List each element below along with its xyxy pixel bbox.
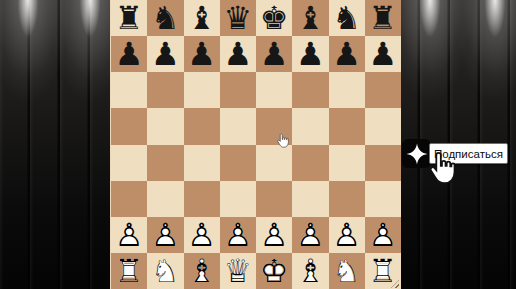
small-hand-cursor-icon — [277, 133, 289, 148]
piece-outline: ♙︎ — [296, 219, 325, 251]
square-d4[interactable] — [220, 145, 256, 181]
square-a5[interactable] — [111, 108, 147, 144]
white-pawn[interactable]: ♟︎♙︎ — [184, 217, 220, 253]
square-d8[interactable]: ♛︎ — [220, 0, 256, 36]
white-pawn[interactable]: ♟︎♙︎ — [329, 217, 365, 253]
piece-outline: ♙︎ — [332, 219, 361, 251]
square-f3[interactable] — [292, 181, 328, 217]
piece-outline: ♗︎ — [187, 255, 216, 287]
white-pawn[interactable]: ♟︎♙︎ — [220, 217, 256, 253]
square-a1[interactable]: ♜︎♖︎ — [111, 253, 147, 289]
square-g3[interactable] — [329, 181, 365, 217]
square-g7[interactable]: ♟︎ — [329, 36, 365, 72]
black-knight[interactable]: ♞︎ — [147, 0, 183, 36]
piece-outline: ♗︎ — [296, 255, 325, 287]
piece-outline: ♙︎ — [115, 219, 144, 251]
piece-outline: ♙︎ — [187, 219, 216, 251]
square-c4[interactable] — [184, 145, 220, 181]
black-pawn[interactable]: ♟︎ — [184, 36, 220, 72]
white-pawn[interactable]: ♟︎♙︎ — [292, 217, 328, 253]
square-a3[interactable] — [111, 181, 147, 217]
square-d2[interactable]: ♟︎♙︎ — [220, 217, 256, 253]
square-b1[interactable]: ♞︎♘︎ — [147, 253, 183, 289]
square-d1[interactable]: ♛︎♕︎ — [220, 253, 256, 289]
square-h5[interactable] — [365, 108, 401, 144]
black-pawn[interactable]: ♟︎ — [147, 36, 183, 72]
square-d6[interactable] — [220, 72, 256, 108]
piece-outline: ♙︎ — [369, 219, 398, 251]
square-h3[interactable] — [365, 181, 401, 217]
square-b6[interactable] — [147, 72, 183, 108]
square-g5[interactable] — [329, 108, 365, 144]
square-b7[interactable]: ♟︎ — [147, 36, 183, 72]
square-f2[interactable]: ♟︎♙︎ — [292, 217, 328, 253]
white-pawn[interactable]: ♟︎♙︎ — [256, 217, 292, 253]
square-a4[interactable] — [111, 145, 147, 181]
chess-board[interactable]: ♜︎♞︎♝︎♛︎♚︎♝︎♞︎♜︎♟︎♟︎♟︎♟︎♟︎♟︎♟︎♟︎♟︎♙︎♟︎♙︎… — [110, 0, 401, 289]
page-background: ♜︎♞︎♝︎♛︎♚︎♝︎♞︎♜︎♟︎♟︎♟︎♟︎♟︎♟︎♟︎♟︎♟︎♙︎♟︎♙︎… — [0, 0, 516, 289]
square-b8[interactable]: ♞︎ — [147, 0, 183, 36]
square-e8[interactable]: ♚︎ — [256, 0, 292, 36]
square-d5[interactable] — [220, 108, 256, 144]
white-bishop[interactable]: ♝︎♗︎ — [292, 253, 328, 289]
black-rook[interactable]: ♜︎ — [365, 0, 401, 36]
square-d3[interactable] — [220, 181, 256, 217]
black-queen[interactable]: ♛︎ — [220, 0, 256, 36]
square-c7[interactable]: ♟︎ — [184, 36, 220, 72]
black-pawn[interactable]: ♟︎ — [256, 36, 292, 72]
square-e7[interactable]: ♟︎ — [256, 36, 292, 72]
square-h7[interactable]: ♟︎ — [365, 36, 401, 72]
black-bishop[interactable]: ♝︎ — [184, 0, 220, 36]
piece-outline: ♔︎ — [260, 255, 289, 287]
square-g2[interactable]: ♟︎♙︎ — [329, 217, 365, 253]
square-f5[interactable] — [292, 108, 328, 144]
sparkle-star-icon — [402, 139, 431, 168]
square-e4[interactable] — [256, 145, 292, 181]
piece-outline: ♕︎ — [224, 255, 253, 287]
piece-outline: ♖︎ — [369, 255, 398, 287]
piece-outline: ♘︎ — [151, 255, 180, 287]
square-h2[interactable]: ♟︎♙︎ — [365, 217, 401, 253]
black-pawn[interactable]: ♟︎ — [111, 36, 147, 72]
square-a6[interactable] — [111, 72, 147, 108]
hand-pointer-icon — [429, 151, 456, 185]
piece-outline: ♘︎ — [332, 255, 361, 287]
square-h6[interactable] — [365, 72, 401, 108]
square-b5[interactable] — [147, 108, 183, 144]
square-h4[interactable] — [365, 145, 401, 181]
square-g4[interactable] — [329, 145, 365, 181]
square-e3[interactable] — [256, 181, 292, 217]
square-f7[interactable]: ♟︎ — [292, 36, 328, 72]
black-king[interactable]: ♚︎ — [256, 0, 292, 36]
white-pawn[interactable]: ♟︎♙︎ — [365, 217, 401, 253]
square-g8[interactable]: ♞︎ — [329, 0, 365, 36]
white-king[interactable]: ♚︎♔︎ — [256, 253, 292, 289]
white-rook[interactable]: ♜︎♖︎ — [111, 253, 147, 289]
white-pawn[interactable]: ♟︎♙︎ — [111, 217, 147, 253]
black-pawn[interactable]: ♟︎ — [220, 36, 256, 72]
square-b2[interactable]: ♟︎♙︎ — [147, 217, 183, 253]
subscribe-widget[interactable]: Подписаться — [402, 138, 502, 198]
piece-outline: ♙︎ — [260, 219, 289, 251]
square-c2[interactable]: ♟︎♙︎ — [184, 217, 220, 253]
square-d7[interactable]: ♟︎ — [220, 36, 256, 72]
square-g6[interactable] — [329, 72, 365, 108]
square-f1[interactable]: ♝︎♗︎ — [292, 253, 328, 289]
piece-outline: ♙︎ — [224, 219, 253, 251]
square-h8[interactable]: ♜︎ — [365, 0, 401, 36]
square-e6[interactable] — [256, 72, 292, 108]
square-f8[interactable]: ♝︎ — [292, 0, 328, 36]
white-bishop[interactable]: ♝︎♗︎ — [184, 253, 220, 289]
square-e1[interactable]: ♚︎♔︎ — [256, 253, 292, 289]
square-e2[interactable]: ♟︎♙︎ — [256, 217, 292, 253]
black-rook[interactable]: ♜︎ — [111, 0, 147, 36]
square-b3[interactable] — [147, 181, 183, 217]
square-c1[interactable]: ♝︎♗︎ — [184, 253, 220, 289]
black-pawn[interactable]: ♟︎ — [329, 36, 365, 72]
square-c8[interactable]: ♝︎ — [184, 0, 220, 36]
white-knight[interactable]: ♞︎♘︎ — [329, 253, 365, 289]
square-f6[interactable] — [292, 72, 328, 108]
black-knight[interactable]: ♞︎ — [329, 0, 365, 36]
square-a8[interactable]: ♜︎ — [111, 0, 147, 36]
black-bishop[interactable]: ♝︎ — [292, 0, 328, 36]
square-a7[interactable]: ♟︎ — [111, 36, 147, 72]
square-c6[interactable] — [184, 72, 220, 108]
square-b4[interactable] — [147, 145, 183, 181]
square-g1[interactable]: ♞︎♘︎ — [329, 253, 365, 289]
square-c5[interactable] — [184, 108, 220, 144]
black-pawn[interactable]: ♟︎ — [292, 36, 328, 72]
white-pawn[interactable]: ♟︎♙︎ — [147, 217, 183, 253]
piece-outline: ♙︎ — [151, 219, 180, 251]
square-c3[interactable] — [184, 181, 220, 217]
black-pawn[interactable]: ♟︎ — [365, 36, 401, 72]
white-queen[interactable]: ♛︎♕︎ — [220, 253, 256, 289]
square-f4[interactable] — [292, 145, 328, 181]
piece-outline: ♖︎ — [115, 255, 144, 287]
square-a2[interactable]: ♟︎♙︎ — [111, 217, 147, 253]
white-knight[interactable]: ♞︎♘︎ — [147, 253, 183, 289]
